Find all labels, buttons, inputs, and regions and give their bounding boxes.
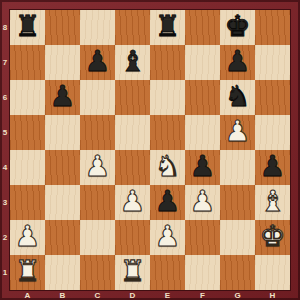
square-e1[interactable] (150, 255, 185, 290)
square-e3[interactable]: ♟ (150, 185, 185, 220)
black-rook: ♜ (15, 12, 41, 41)
square-a8[interactable]: ♜ (10, 10, 45, 45)
square-h6[interactable] (255, 80, 290, 115)
square-d6[interactable] (115, 80, 150, 115)
chess-board: ♜♜♚♟♝♟♟♞♟♟♞♟♟♟♟♟♝♟♟♚♜♜ (10, 10, 290, 290)
black-king: ♚ (225, 12, 251, 41)
board-frame: 87654321 ABCDEFGH ♜♜♚♟♝♟♟♞♟♟♞♟♟♟♟♟♝♟♟♚♜♜ (0, 0, 300, 300)
square-f7[interactable] (185, 45, 220, 80)
square-d1[interactable]: ♜ (115, 255, 150, 290)
white-pawn: ♟ (15, 222, 41, 251)
black-pawn: ♟ (50, 82, 76, 111)
square-c3[interactable] (80, 185, 115, 220)
square-e8[interactable]: ♜ (150, 10, 185, 45)
rank-labels: 87654321 (0, 10, 10, 290)
square-f8[interactable] (185, 10, 220, 45)
square-d2[interactable] (115, 220, 150, 255)
square-c2[interactable] (80, 220, 115, 255)
square-g2[interactable] (220, 220, 255, 255)
square-g1[interactable] (220, 255, 255, 290)
square-c1[interactable] (80, 255, 115, 290)
square-b5[interactable] (45, 115, 80, 150)
file-label-h: H (255, 290, 290, 300)
square-g6[interactable]: ♞ (220, 80, 255, 115)
square-h1[interactable] (255, 255, 290, 290)
black-pawn: ♟ (225, 47, 251, 76)
square-a2[interactable]: ♟ (10, 220, 45, 255)
square-e2[interactable]: ♟ (150, 220, 185, 255)
square-g4[interactable] (220, 150, 255, 185)
file-label-b: B (45, 290, 80, 300)
rank-label-3: 3 (0, 185, 10, 220)
square-b3[interactable] (45, 185, 80, 220)
file-labels: ABCDEFGH (10, 290, 290, 300)
square-e5[interactable] (150, 115, 185, 150)
square-a3[interactable] (10, 185, 45, 220)
square-e4[interactable]: ♞ (150, 150, 185, 185)
square-e6[interactable] (150, 80, 185, 115)
white-rook: ♜ (120, 257, 146, 286)
file-label-d: D (115, 290, 150, 300)
file-label-c: C (80, 290, 115, 300)
square-f6[interactable] (185, 80, 220, 115)
white-pawn: ♟ (155, 222, 181, 251)
square-a6[interactable] (10, 80, 45, 115)
square-c6[interactable] (80, 80, 115, 115)
rank-label-5: 5 (0, 115, 10, 150)
file-label-f: F (185, 290, 220, 300)
rank-label-2: 2 (0, 220, 10, 255)
white-knight: ♞ (155, 152, 181, 181)
black-pawn: ♟ (155, 187, 181, 216)
square-d5[interactable] (115, 115, 150, 150)
square-g8[interactable]: ♚ (220, 10, 255, 45)
black-knight: ♞ (225, 82, 251, 111)
square-f1[interactable] (185, 255, 220, 290)
file-label-a: A (10, 290, 45, 300)
file-label-e: E (150, 290, 185, 300)
file-label-g: G (220, 290, 255, 300)
square-h5[interactable] (255, 115, 290, 150)
square-g3[interactable] (220, 185, 255, 220)
white-pawn: ♟ (190, 187, 216, 216)
square-d4[interactable] (115, 150, 150, 185)
black-pawn: ♟ (260, 152, 286, 181)
square-e7[interactable] (150, 45, 185, 80)
white-pawn: ♟ (85, 152, 111, 181)
white-king: ♚ (260, 222, 286, 251)
square-a1[interactable]: ♜ (10, 255, 45, 290)
square-b6[interactable]: ♟ (45, 80, 80, 115)
rank-label-4: 4 (0, 150, 10, 185)
square-c7[interactable]: ♟ (80, 45, 115, 80)
rank-label-6: 6 (0, 80, 10, 115)
black-pawn: ♟ (85, 47, 111, 76)
square-d8[interactable] (115, 10, 150, 45)
square-f2[interactable] (185, 220, 220, 255)
rank-label-7: 7 (0, 45, 10, 80)
square-d7[interactable]: ♝ (115, 45, 150, 80)
square-b4[interactable] (45, 150, 80, 185)
square-a7[interactable] (10, 45, 45, 80)
square-f4[interactable]: ♟ (185, 150, 220, 185)
white-bishop: ♝ (260, 187, 286, 216)
square-g5[interactable]: ♟ (220, 115, 255, 150)
black-pawn: ♟ (190, 152, 216, 181)
white-rook: ♜ (15, 257, 41, 286)
square-g7[interactable]: ♟ (220, 45, 255, 80)
square-h8[interactable] (255, 10, 290, 45)
square-h2[interactable]: ♚ (255, 220, 290, 255)
square-c4[interactable]: ♟ (80, 150, 115, 185)
square-b8[interactable] (45, 10, 80, 45)
square-a5[interactable] (10, 115, 45, 150)
black-bishop: ♝ (120, 47, 146, 76)
square-c5[interactable] (80, 115, 115, 150)
rank-label-1: 1 (0, 255, 10, 290)
square-b7[interactable] (45, 45, 80, 80)
square-a4[interactable] (10, 150, 45, 185)
white-pawn: ♟ (120, 187, 146, 216)
square-c8[interactable] (80, 10, 115, 45)
black-rook: ♜ (155, 12, 181, 41)
square-b2[interactable] (45, 220, 80, 255)
square-h7[interactable] (255, 45, 290, 80)
square-h4[interactable]: ♟ (255, 150, 290, 185)
rank-label-8: 8 (0, 10, 10, 45)
square-d3[interactable]: ♟ (115, 185, 150, 220)
square-b1[interactable] (45, 255, 80, 290)
white-pawn: ♟ (225, 117, 251, 146)
square-h3[interactable]: ♝ (255, 185, 290, 220)
square-f5[interactable] (185, 115, 220, 150)
square-f3[interactable]: ♟ (185, 185, 220, 220)
